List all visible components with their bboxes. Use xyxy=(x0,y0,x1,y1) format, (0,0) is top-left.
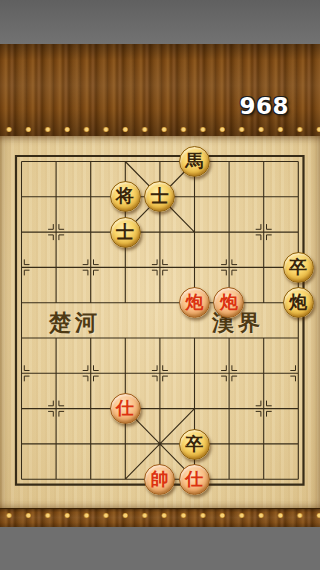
wood-header: 968 xyxy=(0,44,320,136)
wood-footer xyxy=(0,508,320,528)
red-cannon[interactable]: 炮 xyxy=(213,287,244,318)
red-advisor[interactable]: 仕 xyxy=(179,464,210,495)
black-cannon[interactable]: 炮 xyxy=(283,287,314,318)
red-general[interactable]: 帥 xyxy=(144,464,175,495)
black-soldier[interactable]: 卒 xyxy=(179,429,210,460)
top-status-bar xyxy=(0,0,320,44)
black-horse[interactable]: 馬 xyxy=(179,146,210,177)
black-advisor[interactable]: 士 xyxy=(144,181,175,212)
xiangqi-board[interactable]: 楚河 漢界 馬将士士卒炮炮炮仕卒帥仕 xyxy=(0,136,320,508)
black-soldier[interactable]: 卒 xyxy=(283,252,314,283)
bottom-status-bar xyxy=(0,527,320,570)
black-general[interactable]: 将 xyxy=(110,181,141,212)
red-advisor[interactable]: 仕 xyxy=(110,393,141,424)
stud-row-top xyxy=(0,125,320,134)
pieces-grid: 馬将士士卒炮炮炮仕卒帥仕 xyxy=(4,144,315,497)
stud-row-bottom xyxy=(0,511,320,520)
level-counter: 968 xyxy=(239,94,289,118)
black-advisor[interactable]: 士 xyxy=(110,217,141,248)
red-cannon[interactable]: 炮 xyxy=(179,287,210,318)
phone-screen: { "game": "xiangqi", "hud": { "counter":… xyxy=(0,0,320,570)
